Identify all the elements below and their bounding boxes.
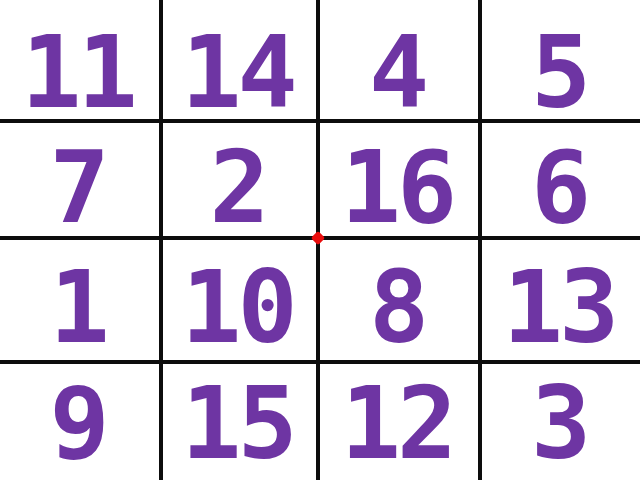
cell-r1c1[interactable]: 11 bbox=[0, 0, 163, 123]
cell-r4c4[interactable]: 3 bbox=[482, 364, 640, 480]
cell-r2c2[interactable]: 2 bbox=[163, 123, 320, 240]
cell-r4c1[interactable]: 9 bbox=[0, 364, 163, 480]
cell-r4c2[interactable]: 15 bbox=[163, 364, 320, 480]
cell-r2c1[interactable]: 7 bbox=[0, 123, 163, 240]
cell-r2c3[interactable]: 16 bbox=[320, 123, 482, 240]
cell-r4c3[interactable]: 12 bbox=[320, 364, 482, 480]
cell-r1c4[interactable]: 5 bbox=[482, 0, 640, 123]
cell-r3c2[interactable]: 10 bbox=[163, 240, 320, 364]
cell-r3c1[interactable]: 1 bbox=[0, 240, 163, 364]
schulte-board: 11 14 4 5 7 2 16 6 1 10 8 13 9 15 12 3 bbox=[0, 0, 640, 480]
cell-r1c2[interactable]: 14 bbox=[163, 0, 320, 123]
cell-r3c4[interactable]: 13 bbox=[482, 240, 640, 364]
cell-r3c3[interactable]: 8 bbox=[320, 240, 482, 364]
cell-r1c3[interactable]: 4 bbox=[320, 0, 482, 123]
cell-r2c4[interactable]: 6 bbox=[482, 123, 640, 240]
